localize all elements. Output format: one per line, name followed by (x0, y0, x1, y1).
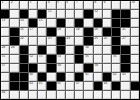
letter-cell[interactable] (103, 46, 111, 54)
clue-number: 29 (11, 46, 15, 49)
letter-cell[interactable] (66, 64, 74, 72)
blocked-cell (121, 64, 129, 72)
letter-cell[interactable]: 23 (47, 37, 55, 45)
letter-cell[interactable] (57, 10, 65, 18)
letter-cell[interactable] (66, 28, 74, 36)
letter-cell[interactable] (66, 82, 74, 90)
letter-cell[interactable]: 30 (84, 46, 92, 54)
blocked-cell (10, 82, 18, 90)
blocked-cell (29, 19, 37, 27)
letter-cell[interactable]: 14 (20, 19, 28, 27)
letter-cell[interactable]: 36 (112, 55, 120, 63)
letter-cell[interactable]: 22 (20, 37, 28, 45)
clue-number: 41 (85, 73, 89, 76)
blocked-cell (75, 46, 83, 54)
letter-cell[interactable] (38, 1, 46, 9)
letter-cell[interactable] (131, 64, 139, 72)
clue-number: 34 (57, 55, 61, 58)
blocked-cell (121, 46, 129, 54)
letter-cell[interactable]: 5 (57, 1, 65, 9)
letter-cell[interactable] (1, 82, 9, 90)
crossword-grid: 1234567891011121314151617181920212223242… (0, 0, 140, 100)
letter-cell[interactable] (38, 28, 46, 36)
blocked-cell (112, 46, 120, 54)
letter-cell[interactable] (121, 1, 129, 9)
blocked-cell (112, 82, 120, 90)
clue-number: 33 (39, 55, 43, 58)
clue-number: 47 (76, 82, 80, 85)
clue-number: 38 (57, 64, 61, 67)
clue-number: 9 (103, 1, 105, 4)
letter-cell[interactable]: 28 (1, 46, 9, 54)
blocked-cell (47, 64, 55, 72)
letter-cell[interactable]: 4 (47, 1, 55, 9)
clue-number: 30 (85, 46, 89, 49)
letter-cell[interactable]: 10 (131, 1, 139, 9)
blocked-cell (84, 37, 92, 45)
letter-cell[interactable]: 43 (121, 73, 129, 81)
letter-cell[interactable]: 1 (1, 1, 9, 9)
letter-cell[interactable]: 25 (94, 37, 102, 45)
blocked-cell (112, 19, 120, 27)
letter-cell[interactable]: 37 (1, 64, 9, 72)
letter-cell[interactable]: 48 (103, 82, 111, 90)
letter-cell[interactable] (1, 37, 9, 45)
letter-cell[interactable] (66, 10, 74, 18)
clue-number: 32 (29, 55, 33, 58)
letter-cell[interactable] (66, 46, 74, 54)
letter-cell[interactable] (66, 55, 74, 63)
blocked-cell (47, 82, 55, 90)
letter-cell[interactable]: 24 (66, 37, 74, 45)
letter-cell[interactable] (75, 91, 83, 99)
blocked-cell (57, 37, 65, 45)
letter-cell[interactable] (38, 64, 46, 72)
clue-number: 12 (94, 10, 98, 13)
letter-cell[interactable] (131, 46, 139, 54)
clue-number: 3 (29, 1, 31, 4)
letter-cell[interactable] (1, 28, 9, 36)
letter-cell[interactable]: 42 (112, 73, 120, 81)
letter-cell[interactable] (112, 1, 120, 9)
letter-cell[interactable]: 41 (84, 73, 92, 81)
letter-cell[interactable] (103, 91, 111, 99)
blocked-cell (1, 10, 9, 18)
blocked-cell (57, 73, 65, 81)
letter-cell[interactable] (112, 64, 120, 72)
letter-cell[interactable] (75, 64, 83, 72)
letter-cell[interactable] (10, 91, 18, 99)
clue-number: 8 (94, 1, 96, 4)
clue-number: 19 (76, 28, 80, 31)
letter-cell[interactable]: 12 (94, 10, 102, 18)
blocked-cell (38, 73, 46, 81)
clue-number: 36 (113, 55, 117, 58)
clue-number: 25 (94, 37, 98, 40)
blocked-cell (94, 19, 102, 27)
letter-cell[interactable] (38, 37, 46, 45)
blocked-cell (112, 37, 120, 45)
clue-number: 42 (113, 73, 117, 76)
clue-number: 31 (2, 55, 6, 58)
letter-cell[interactable]: 38 (57, 64, 65, 72)
letter-cell[interactable] (10, 10, 18, 18)
letter-cell[interactable]: 26 (103, 37, 111, 45)
letter-cell[interactable]: 35 (84, 55, 92, 63)
letter-cell[interactable]: 9 (103, 1, 111, 9)
letter-cell[interactable] (47, 19, 55, 27)
letter-cell[interactable] (131, 37, 139, 45)
letter-cell[interactable]: 40 (29, 73, 37, 81)
letter-cell[interactable]: 8 (94, 1, 102, 9)
letter-cell[interactable] (47, 73, 55, 81)
letter-cell[interactable] (103, 55, 111, 63)
letter-cell[interactable] (84, 91, 92, 99)
clue-number: 13 (2, 19, 6, 22)
blocked-cell (103, 73, 111, 81)
clue-number: 48 (103, 82, 107, 85)
letter-cell[interactable] (10, 19, 18, 27)
blocked-cell (84, 28, 92, 36)
clue-number: 16 (20, 28, 24, 31)
letter-cell[interactable] (94, 91, 102, 99)
blocked-cell (131, 82, 139, 90)
letter-cell[interactable]: 46 (57, 82, 65, 90)
letter-cell[interactable]: 29 (10, 46, 18, 54)
letter-cell[interactable] (57, 91, 65, 99)
letter-cell[interactable] (20, 1, 28, 9)
letter-cell[interactable] (20, 91, 28, 99)
letter-cell[interactable]: 39 (94, 64, 102, 72)
blocked-cell (38, 10, 46, 18)
blocked-cell (20, 64, 28, 72)
blocked-cell (75, 55, 83, 63)
letter-cell[interactable] (66, 73, 74, 81)
letter-cell[interactable]: 49 (1, 91, 9, 99)
clue-number: 20 (94, 28, 98, 31)
blocked-cell (84, 10, 92, 18)
clue-number: 5 (57, 1, 59, 4)
letter-cell[interactable]: 47 (75, 82, 83, 90)
letter-cell[interactable]: 21 (121, 28, 129, 36)
clue-number: 2 (11, 1, 13, 4)
letter-cell[interactable] (131, 55, 139, 63)
letter-cell[interactable] (131, 91, 139, 99)
blocked-cell (38, 46, 46, 54)
letter-cell[interactable] (131, 28, 139, 36)
clue-number: 26 (103, 37, 107, 40)
blocked-cell (94, 82, 102, 90)
letter-cell[interactable]: 15 (38, 19, 46, 27)
clue-number: 35 (85, 55, 89, 58)
clue-number: 43 (122, 73, 126, 76)
clue-number: 18 (57, 28, 61, 31)
letter-cell[interactable] (84, 19, 92, 27)
clue-number: 15 (39, 19, 43, 22)
blocked-cell (47, 28, 55, 36)
clue-number: 49 (2, 91, 6, 94)
letter-cell[interactable]: 18 (57, 28, 65, 36)
blocked-cell (20, 82, 28, 90)
clue-number: 27 (122, 37, 126, 40)
clue-number: 22 (20, 37, 24, 40)
letter-cell[interactable] (47, 46, 55, 54)
blocked-cell (47, 55, 55, 63)
blocked-cell (10, 28, 18, 36)
blocked-cell (10, 37, 18, 45)
letter-cell[interactable]: 16 (20, 28, 28, 36)
blocked-cell (103, 28, 111, 36)
blocked-cell (57, 19, 65, 27)
blocked-cell (84, 64, 92, 72)
letter-cell[interactable] (112, 91, 120, 99)
blocked-cell (75, 73, 83, 81)
blocked-cell (112, 28, 120, 36)
letter-cell[interactable] (75, 37, 83, 45)
letter-cell[interactable]: 17 (29, 28, 37, 36)
clue-number: 14 (20, 19, 24, 22)
letter-cell[interactable] (131, 73, 139, 81)
letter-cell[interactable] (121, 82, 129, 90)
clue-number: 23 (48, 37, 52, 40)
blocked-cell (57, 46, 65, 54)
blocked-cell (20, 46, 28, 54)
clue-number: 39 (94, 64, 98, 67)
letter-cell[interactable] (84, 1, 92, 9)
blocked-cell (20, 55, 28, 63)
letter-cell[interactable]: 2 (10, 1, 18, 9)
letter-cell[interactable]: 3 (29, 1, 37, 9)
letter-cell[interactable]: 13 (1, 19, 9, 27)
clue-number: 45 (39, 82, 43, 85)
clue-number: 4 (48, 1, 50, 4)
letter-cell[interactable]: 19 (75, 28, 83, 36)
clue-number: 24 (66, 37, 70, 40)
letter-cell[interactable] (29, 37, 37, 45)
clue-number: 37 (2, 64, 6, 67)
clue-number: 6 (66, 1, 68, 4)
letter-cell[interactable] (131, 10, 139, 18)
clue-number: 7 (76, 1, 78, 4)
letter-cell[interactable] (84, 82, 92, 90)
clue-number: 11 (48, 10, 52, 13)
letter-cell[interactable]: 31 (1, 55, 9, 63)
letter-cell[interactable]: 45 (38, 82, 46, 90)
blocked-cell (121, 55, 129, 63)
letter-cell[interactable] (29, 10, 37, 18)
clue-number: 40 (29, 73, 33, 76)
letter-cell[interactable]: 44 (29, 82, 37, 90)
letter-cell[interactable] (10, 64, 18, 72)
letter-cell[interactable] (103, 64, 111, 72)
letter-cell[interactable] (94, 55, 102, 63)
letter-cell[interactable] (66, 19, 74, 27)
clue-number: 21 (122, 28, 126, 31)
letter-cell[interactable] (29, 46, 37, 54)
blocked-cell (112, 10, 120, 18)
blocked-cell (20, 10, 28, 18)
letter-cell[interactable]: 27 (121, 37, 129, 45)
letter-cell[interactable] (47, 91, 55, 99)
letter-cell[interactable] (29, 91, 37, 99)
blocked-cell (121, 10, 129, 18)
letter-cell[interactable] (75, 10, 83, 18)
letter-cell[interactable]: 20 (94, 28, 102, 36)
letter-cell[interactable]: 34 (57, 55, 65, 63)
letter-cell[interactable]: 11 (47, 10, 55, 18)
letter-cell[interactable] (66, 91, 74, 99)
letter-cell[interactable] (10, 55, 18, 63)
letter-cell[interactable]: 7 (75, 1, 83, 9)
letter-cell[interactable] (38, 91, 46, 99)
letter-cell[interactable] (1, 73, 9, 81)
blocked-cell (29, 64, 37, 72)
letter-cell[interactable]: 33 (38, 55, 46, 63)
letter-cell[interactable] (121, 91, 129, 99)
blocked-cell (75, 19, 83, 27)
letter-cell[interactable] (94, 73, 102, 81)
clue-number: 1 (2, 1, 4, 4)
letter-cell[interactable] (94, 46, 102, 54)
letter-cell[interactable] (103, 10, 111, 18)
letter-cell[interactable] (103, 19, 111, 27)
clue-number: 46 (57, 82, 61, 85)
clue-number: 28 (2, 46, 6, 49)
blocked-cell (121, 19, 129, 27)
letter-cell[interactable]: 32 (29, 55, 37, 63)
blocked-cell (20, 73, 28, 81)
clue-number: 17 (29, 28, 33, 31)
clue-number: 10 (131, 1, 135, 4)
letter-cell[interactable]: 6 (66, 1, 74, 9)
clue-number: 44 (29, 82, 33, 85)
blocked-cell (10, 73, 18, 81)
letter-cell[interactable] (131, 19, 139, 27)
